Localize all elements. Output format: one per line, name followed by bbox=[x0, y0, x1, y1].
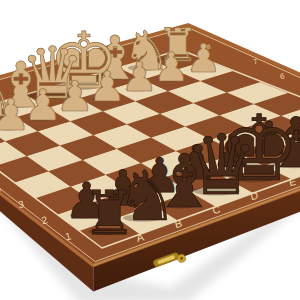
piece-dark-rook-a1: ♜ bbox=[82, 178, 136, 248]
piece-light-pawn-b7: ♟ bbox=[0, 89, 30, 140]
chess-set-photo: ABCDE1234876♜♞♟♝♟♚♟♛♟♝♟♞♟♜♟♟♟♜♟♞♟♟♝♟♚♟♛♟… bbox=[0, 0, 300, 300]
piece-light-pawn-f7: ♟ bbox=[121, 53, 158, 101]
piece-light-pawn-e7: ♟ bbox=[88, 62, 125, 111]
chess-board-scene: ABCDE1234876♜♞♟♝♟♚♟♛♟♝♟♞♟♜♟♟♟♜♟♞♟♟♝♟♚♟♛♟… bbox=[0, 0, 300, 300]
piece-light-pawn-h7: ♟ bbox=[186, 35, 221, 81]
piece-light-pawn-g7: ♟ bbox=[153, 44, 189, 91]
